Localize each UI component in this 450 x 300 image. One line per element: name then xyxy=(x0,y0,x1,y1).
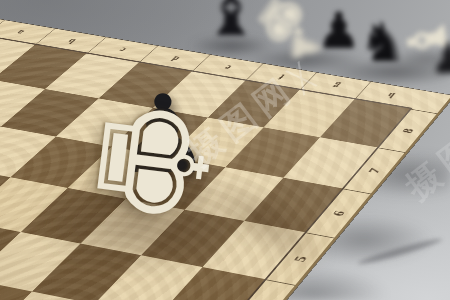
stock-photo-chess-scene: 8877665544332211aabbccddeeffgghh ♚♟♝♚♟♟♞… xyxy=(0,0,450,300)
